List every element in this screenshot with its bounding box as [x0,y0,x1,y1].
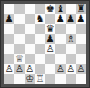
piece-white-pawn[interactable]: ♙ [56,64,65,74]
square-f5[interactable] [55,34,65,44]
square-b2[interactable]: ♙ [14,64,24,74]
square-h1[interactable] [76,74,86,84]
square-h8[interactable]: ♜ [76,4,86,14]
piece-black-bishop[interactable]: ♝ [56,4,65,14]
square-d2[interactable] [35,64,45,74]
square-c4[interactable] [25,44,35,54]
square-e6[interactable]: ♛ [45,24,55,34]
square-e8[interactable]: ♚ [45,4,55,14]
chess-board: ♚♝♜♟♞♟♟♟♛♟♗♙♕♙♙♙♙♙♙♔♖ [4,4,86,84]
piece-black-knight[interactable]: ♞ [35,14,44,24]
square-e2[interactable] [45,64,55,74]
piece-black-pawn[interactable]: ♟ [56,14,65,24]
square-g8[interactable] [66,4,76,14]
square-d8[interactable] [35,4,45,14]
square-c1[interactable]: ♔ [25,74,35,84]
square-a3[interactable] [4,54,14,64]
piece-white-pawn[interactable]: ♙ [66,64,75,74]
square-h4[interactable] [76,44,86,54]
square-e3[interactable] [45,54,55,64]
square-d5[interactable] [35,34,45,44]
square-f1[interactable] [55,74,65,84]
square-g3[interactable] [66,54,76,64]
piece-black-pawn[interactable]: ♟ [66,14,75,24]
square-a8[interactable] [4,4,14,14]
square-b7[interactable] [14,14,24,24]
board-frame: ♚♝♜♟♞♟♟♟♛♟♗♙♕♙♙♙♙♙♙♔♖ [0,0,90,88]
square-f7[interactable]: ♟ [55,14,65,24]
piece-white-queen[interactable]: ♕ [15,54,24,64]
square-f2[interactable]: ♙ [55,64,65,74]
square-c7[interactable] [25,14,35,24]
square-b3[interactable]: ♕ [14,54,24,64]
square-f6[interactable] [55,24,65,34]
square-e1[interactable] [45,74,55,84]
square-b5[interactable] [14,34,24,44]
square-d3[interactable] [35,54,45,64]
square-c2[interactable]: ♙ [25,64,35,74]
piece-black-pawn[interactable]: ♟ [5,14,14,24]
square-h3[interactable] [76,54,86,64]
square-f8[interactable]: ♝ [55,4,65,14]
piece-black-king[interactable]: ♚ [46,4,55,14]
piece-white-bishop[interactable]: ♗ [66,34,75,44]
square-b8[interactable] [14,4,24,14]
square-b1[interactable] [14,74,24,84]
square-e7[interactable] [45,14,55,24]
square-c3[interactable] [25,54,35,64]
piece-white-king[interactable]: ♔ [25,74,34,84]
square-a4[interactable] [4,44,14,54]
piece-white-pawn[interactable]: ♙ [5,64,14,74]
square-c6[interactable] [25,24,35,34]
square-g4[interactable] [66,44,76,54]
piece-white-pawn[interactable]: ♙ [76,64,85,74]
square-e5[interactable]: ♟ [45,34,55,44]
square-e4[interactable]: ♙ [45,44,55,54]
square-b6[interactable] [14,24,24,34]
square-g2[interactable]: ♙ [66,64,76,74]
square-c5[interactable] [25,34,35,44]
square-a2[interactable]: ♙ [4,64,14,74]
square-h6[interactable] [76,24,86,34]
square-f3[interactable] [55,54,65,64]
piece-black-pawn[interactable]: ♟ [46,34,55,44]
square-d1[interactable]: ♖ [35,74,45,84]
square-b4[interactable] [14,44,24,54]
piece-black-pawn[interactable]: ♟ [76,14,85,24]
square-g5[interactable]: ♗ [66,34,76,44]
square-d7[interactable]: ♞ [35,14,45,24]
square-d6[interactable] [35,24,45,34]
piece-black-rook[interactable]: ♜ [76,4,85,14]
piece-white-pawn[interactable]: ♙ [46,44,55,54]
square-a7[interactable]: ♟ [4,14,14,24]
square-a1[interactable] [4,74,14,84]
square-h7[interactable]: ♟ [76,14,86,24]
square-g1[interactable] [66,74,76,84]
square-h5[interactable] [76,34,86,44]
square-a6[interactable] [4,24,14,34]
square-f4[interactable] [55,44,65,54]
square-d4[interactable] [35,44,45,54]
square-g7[interactable]: ♟ [66,14,76,24]
square-h2[interactable]: ♙ [76,64,86,74]
piece-black-queen[interactable]: ♛ [46,24,55,34]
piece-white-pawn[interactable]: ♙ [15,64,24,74]
piece-white-pawn[interactable]: ♙ [25,64,34,74]
square-a5[interactable] [4,34,14,44]
square-g6[interactable] [66,24,76,34]
square-c8[interactable] [25,4,35,14]
piece-white-rook[interactable]: ♖ [35,74,44,84]
